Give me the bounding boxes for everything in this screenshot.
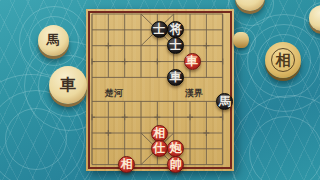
piece-red-chariot[interactable]: 車 [184,53,201,70]
river-label-han: 漢界 [185,89,213,98]
engraved-glyph: 相 [276,51,291,70]
table-piece-right [309,5,320,31]
engraved-glyph: 車 [60,75,76,96]
water-ripple [230,95,320,180]
piece-black-general[interactable]: 将 [167,21,184,38]
piece-red-advisor[interactable]: 仕 [151,140,168,157]
table-elephant: 相 [265,42,301,78]
piece-red-cannon[interactable]: 炮 [167,140,184,157]
table-chariot: 車 [49,66,87,104]
piece-black-chariot[interactable]: 車 [167,69,184,86]
engraved-glyph: 馬 [47,31,60,49]
piece-black-advisor-1[interactable]: 士 [151,21,168,38]
piece-red-elephant-2[interactable]: 相 [118,156,135,173]
table-horse: 馬 [38,25,69,56]
piece-red-elephant-1[interactable]: 相 [151,125,168,142]
water-ripple [5,108,67,170]
water-ripple [249,116,320,180]
table-piece-top [235,0,265,11]
piece-black-advisor-2[interactable]: 士 [167,37,184,54]
piece-red-general[interactable]: 帥 [167,156,184,173]
table-piece-side [233,32,249,48]
piece-black-horse[interactable]: 馬 [216,93,233,110]
xiangqi-game-scene: 楚河 漢界 士将士車車馬相仕炮相帥 馬車相 [0,0,320,180]
river-label-chu: 楚河 [105,89,133,98]
